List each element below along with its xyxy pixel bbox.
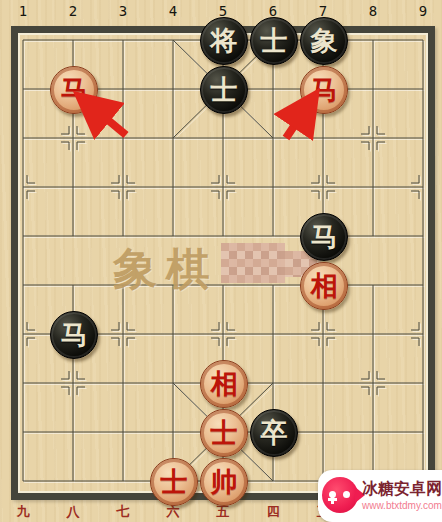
candy-gamepad-logo-icon bbox=[322, 477, 358, 513]
watermark-site-url: www.btxtdmy.com bbox=[362, 500, 440, 511]
site-watermark: 冰糖安卓网 www.btxtdmy.com bbox=[318, 470, 442, 522]
watermark-site-name: 冰糖安卓网 bbox=[362, 479, 440, 500]
xiangqi-screenshot: 123456789 九八七六五四三二一 象棋 将士象马士马马相马相士卒士帅 冰糖… bbox=[0, 0, 442, 522]
move-hint-arrows bbox=[0, 0, 442, 522]
